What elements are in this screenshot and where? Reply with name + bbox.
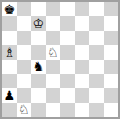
square-a3[interactable] <box>2 74 17 88</box>
square-b4[interactable] <box>17 60 32 74</box>
square-d2[interactable] <box>46 88 61 102</box>
square-d7[interactable] <box>46 16 61 30</box>
square-e6[interactable] <box>60 31 75 45</box>
square-e7[interactable] <box>60 16 75 30</box>
square-a5[interactable]: ♗ <box>2 45 17 59</box>
square-d3[interactable] <box>46 74 61 88</box>
square-b7[interactable] <box>17 16 32 30</box>
black-king: ♚ <box>3 3 15 16</box>
square-f5[interactable] <box>75 45 90 59</box>
square-d5[interactable]: ♘ <box>46 45 61 59</box>
square-c2[interactable] <box>31 88 46 102</box>
square-b8[interactable] <box>17 2 32 16</box>
square-h1[interactable] <box>104 103 119 117</box>
square-g2[interactable] <box>89 88 104 102</box>
square-f4[interactable] <box>75 60 90 74</box>
square-b6[interactable] <box>17 31 32 45</box>
square-h4[interactable] <box>104 60 119 74</box>
black-pawn: ♟ <box>3 89 15 102</box>
square-c5[interactable] <box>31 45 46 59</box>
chess-diagram: ♚♔♗♘♞♟♘ <box>0 0 120 119</box>
square-g5[interactable] <box>89 45 104 59</box>
square-c8[interactable] <box>31 2 46 16</box>
square-c3[interactable] <box>31 74 46 88</box>
square-f6[interactable] <box>75 31 90 45</box>
black-knight: ♞ <box>32 60 44 73</box>
square-c6[interactable] <box>31 31 46 45</box>
square-h7[interactable] <box>104 16 119 30</box>
square-h2[interactable] <box>104 88 119 102</box>
square-c1[interactable] <box>31 103 46 117</box>
square-g3[interactable] <box>89 74 104 88</box>
square-e5[interactable] <box>60 45 75 59</box>
square-f3[interactable] <box>75 74 90 88</box>
square-f1[interactable] <box>75 103 90 117</box>
chess-board: ♚♔♗♘♞♟♘ <box>0 0 120 119</box>
white-king: ♔ <box>32 17 44 30</box>
square-e4[interactable] <box>60 60 75 74</box>
square-f2[interactable] <box>75 88 90 102</box>
square-d4[interactable] <box>46 60 61 74</box>
white-bishop: ♗ <box>3 46 15 59</box>
square-e1[interactable] <box>60 103 75 117</box>
square-g8[interactable] <box>89 2 104 16</box>
square-g4[interactable] <box>89 60 104 74</box>
square-f7[interactable] <box>75 16 90 30</box>
square-a4[interactable] <box>2 60 17 74</box>
square-h8[interactable] <box>104 2 119 16</box>
square-e3[interactable] <box>60 74 75 88</box>
square-h6[interactable] <box>104 31 119 45</box>
square-a8[interactable]: ♚ <box>2 2 17 16</box>
square-d1[interactable] <box>46 103 61 117</box>
square-e2[interactable] <box>60 88 75 102</box>
square-g1[interactable] <box>89 103 104 117</box>
square-b2[interactable] <box>17 88 32 102</box>
square-a7[interactable] <box>2 16 17 30</box>
square-h5[interactable] <box>104 45 119 59</box>
square-b5[interactable] <box>17 45 32 59</box>
square-d6[interactable] <box>46 31 61 45</box>
square-c4[interactable]: ♞ <box>31 60 46 74</box>
square-b3[interactable] <box>17 74 32 88</box>
square-g6[interactable] <box>89 31 104 45</box>
square-a2[interactable]: ♟ <box>2 88 17 102</box>
square-g7[interactable] <box>89 16 104 30</box>
white-knight: ♘ <box>18 103 30 116</box>
square-f8[interactable] <box>75 2 90 16</box>
square-c7[interactable]: ♔ <box>31 16 46 30</box>
square-a6[interactable] <box>2 31 17 45</box>
square-a1[interactable] <box>2 103 17 117</box>
white-knight: ♘ <box>47 46 59 59</box>
square-b1[interactable]: ♘ <box>17 103 32 117</box>
square-h3[interactable] <box>104 74 119 88</box>
square-d8[interactable] <box>46 2 61 16</box>
square-e8[interactable] <box>60 2 75 16</box>
